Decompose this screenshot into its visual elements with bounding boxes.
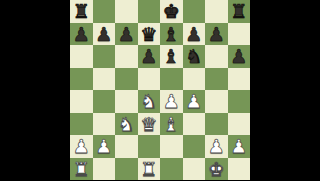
square-a8[interactable]: ♜ bbox=[70, 0, 93, 23]
square-b3[interactable] bbox=[93, 113, 116, 136]
chess-app-viewport: ♜♚♜♟♟♟♛♝♟♟♟♝♞♟♞♟♟♞♛♝♟♟♟♟♜♜♚ bbox=[0, 0, 320, 180]
white-rook-piece[interactable]: ♜ bbox=[70, 158, 93, 181]
letterbox-left bbox=[0, 0, 70, 180]
black-queen-piece[interactable]: ♛ bbox=[138, 23, 161, 46]
white-pawn-piece[interactable]: ♟ bbox=[205, 135, 228, 158]
white-bishop-piece[interactable]: ♝ bbox=[160, 113, 183, 136]
black-pawn-piece[interactable]: ♟ bbox=[228, 45, 251, 68]
black-knight-piece[interactable]: ♞ bbox=[183, 45, 206, 68]
square-b6[interactable] bbox=[93, 45, 116, 68]
square-f5[interactable] bbox=[183, 68, 206, 91]
square-a2[interactable]: ♟ bbox=[70, 135, 93, 158]
square-h3[interactable] bbox=[228, 113, 251, 136]
square-d2[interactable] bbox=[138, 135, 161, 158]
square-b4[interactable] bbox=[93, 90, 116, 113]
white-rook-piece[interactable]: ♜ bbox=[138, 158, 161, 181]
square-h5[interactable] bbox=[228, 68, 251, 91]
chess-board: ♜♚♜♟♟♟♛♝♟♟♟♝♞♟♞♟♟♞♛♝♟♟♟♟♜♜♚ bbox=[70, 0, 250, 180]
square-e7[interactable]: ♝ bbox=[160, 23, 183, 46]
white-pawn-piece[interactable]: ♟ bbox=[70, 135, 93, 158]
square-b5[interactable] bbox=[93, 68, 116, 91]
square-d3[interactable]: ♛ bbox=[138, 113, 161, 136]
square-g5[interactable] bbox=[205, 68, 228, 91]
square-e4[interactable]: ♟ bbox=[160, 90, 183, 113]
white-knight-piece[interactable]: ♞ bbox=[115, 113, 138, 136]
square-h1[interactable] bbox=[228, 158, 251, 181]
square-a5[interactable] bbox=[70, 68, 93, 91]
black-bishop-piece[interactable]: ♝ bbox=[160, 23, 183, 46]
black-rook-piece[interactable]: ♜ bbox=[228, 0, 251, 23]
square-d5[interactable] bbox=[138, 68, 161, 91]
square-c7[interactable]: ♟ bbox=[115, 23, 138, 46]
square-g3[interactable] bbox=[205, 113, 228, 136]
white-pawn-piece[interactable]: ♟ bbox=[183, 90, 206, 113]
black-pawn-piece[interactable]: ♟ bbox=[138, 45, 161, 68]
black-pawn-piece[interactable]: ♟ bbox=[183, 23, 206, 46]
square-h2[interactable]: ♟ bbox=[228, 135, 251, 158]
square-d4[interactable]: ♞ bbox=[138, 90, 161, 113]
square-h6[interactable]: ♟ bbox=[228, 45, 251, 68]
black-pawn-piece[interactable]: ♟ bbox=[93, 23, 116, 46]
square-c8[interactable] bbox=[115, 0, 138, 23]
square-e8[interactable]: ♚ bbox=[160, 0, 183, 23]
white-pawn-piece[interactable]: ♟ bbox=[93, 135, 116, 158]
square-c5[interactable] bbox=[115, 68, 138, 91]
square-h7[interactable] bbox=[228, 23, 251, 46]
square-g8[interactable] bbox=[205, 0, 228, 23]
square-g1[interactable]: ♚ bbox=[205, 158, 228, 181]
square-a7[interactable]: ♟ bbox=[70, 23, 93, 46]
square-a6[interactable] bbox=[70, 45, 93, 68]
square-g7[interactable]: ♟ bbox=[205, 23, 228, 46]
square-f2[interactable] bbox=[183, 135, 206, 158]
square-c1[interactable] bbox=[115, 158, 138, 181]
square-b7[interactable]: ♟ bbox=[93, 23, 116, 46]
square-a3[interactable] bbox=[70, 113, 93, 136]
white-knight-piece[interactable]: ♞ bbox=[138, 90, 161, 113]
white-pawn-piece[interactable]: ♟ bbox=[228, 135, 251, 158]
square-d6[interactable]: ♟ bbox=[138, 45, 161, 68]
square-c6[interactable] bbox=[115, 45, 138, 68]
square-h4[interactable] bbox=[228, 90, 251, 113]
black-pawn-piece[interactable]: ♟ bbox=[115, 23, 138, 46]
square-e1[interactable] bbox=[160, 158, 183, 181]
square-f1[interactable] bbox=[183, 158, 206, 181]
black-king-piece[interactable]: ♚ bbox=[160, 0, 183, 23]
square-g2[interactable]: ♟ bbox=[205, 135, 228, 158]
black-bishop-piece[interactable]: ♝ bbox=[160, 45, 183, 68]
square-a4[interactable] bbox=[70, 90, 93, 113]
square-d7[interactable]: ♛ bbox=[138, 23, 161, 46]
square-e2[interactable] bbox=[160, 135, 183, 158]
square-f7[interactable]: ♟ bbox=[183, 23, 206, 46]
square-c2[interactable] bbox=[115, 135, 138, 158]
black-rook-piece[interactable]: ♜ bbox=[70, 0, 93, 23]
square-d8[interactable] bbox=[138, 0, 161, 23]
white-pawn-piece[interactable]: ♟ bbox=[160, 90, 183, 113]
square-f4[interactable]: ♟ bbox=[183, 90, 206, 113]
black-pawn-piece[interactable]: ♟ bbox=[205, 23, 228, 46]
black-pawn-piece[interactable]: ♟ bbox=[70, 23, 93, 46]
square-f6[interactable]: ♞ bbox=[183, 45, 206, 68]
square-d1[interactable]: ♜ bbox=[138, 158, 161, 181]
square-g4[interactable] bbox=[205, 90, 228, 113]
square-e5[interactable] bbox=[160, 68, 183, 91]
square-g6[interactable] bbox=[205, 45, 228, 68]
square-e3[interactable]: ♝ bbox=[160, 113, 183, 136]
square-b8[interactable] bbox=[93, 0, 116, 23]
square-f8[interactable] bbox=[183, 0, 206, 23]
square-e6[interactable]: ♝ bbox=[160, 45, 183, 68]
white-king-piece[interactable]: ♚ bbox=[205, 158, 228, 181]
square-a1[interactable]: ♜ bbox=[70, 158, 93, 181]
white-queen-piece[interactable]: ♛ bbox=[138, 113, 161, 136]
square-f3[interactable] bbox=[183, 113, 206, 136]
square-h8[interactable]: ♜ bbox=[228, 0, 251, 23]
square-b2[interactable]: ♟ bbox=[93, 135, 116, 158]
letterbox-right bbox=[250, 0, 320, 180]
square-c4[interactable] bbox=[115, 90, 138, 113]
square-b1[interactable] bbox=[93, 158, 116, 181]
square-c3[interactable]: ♞ bbox=[115, 113, 138, 136]
